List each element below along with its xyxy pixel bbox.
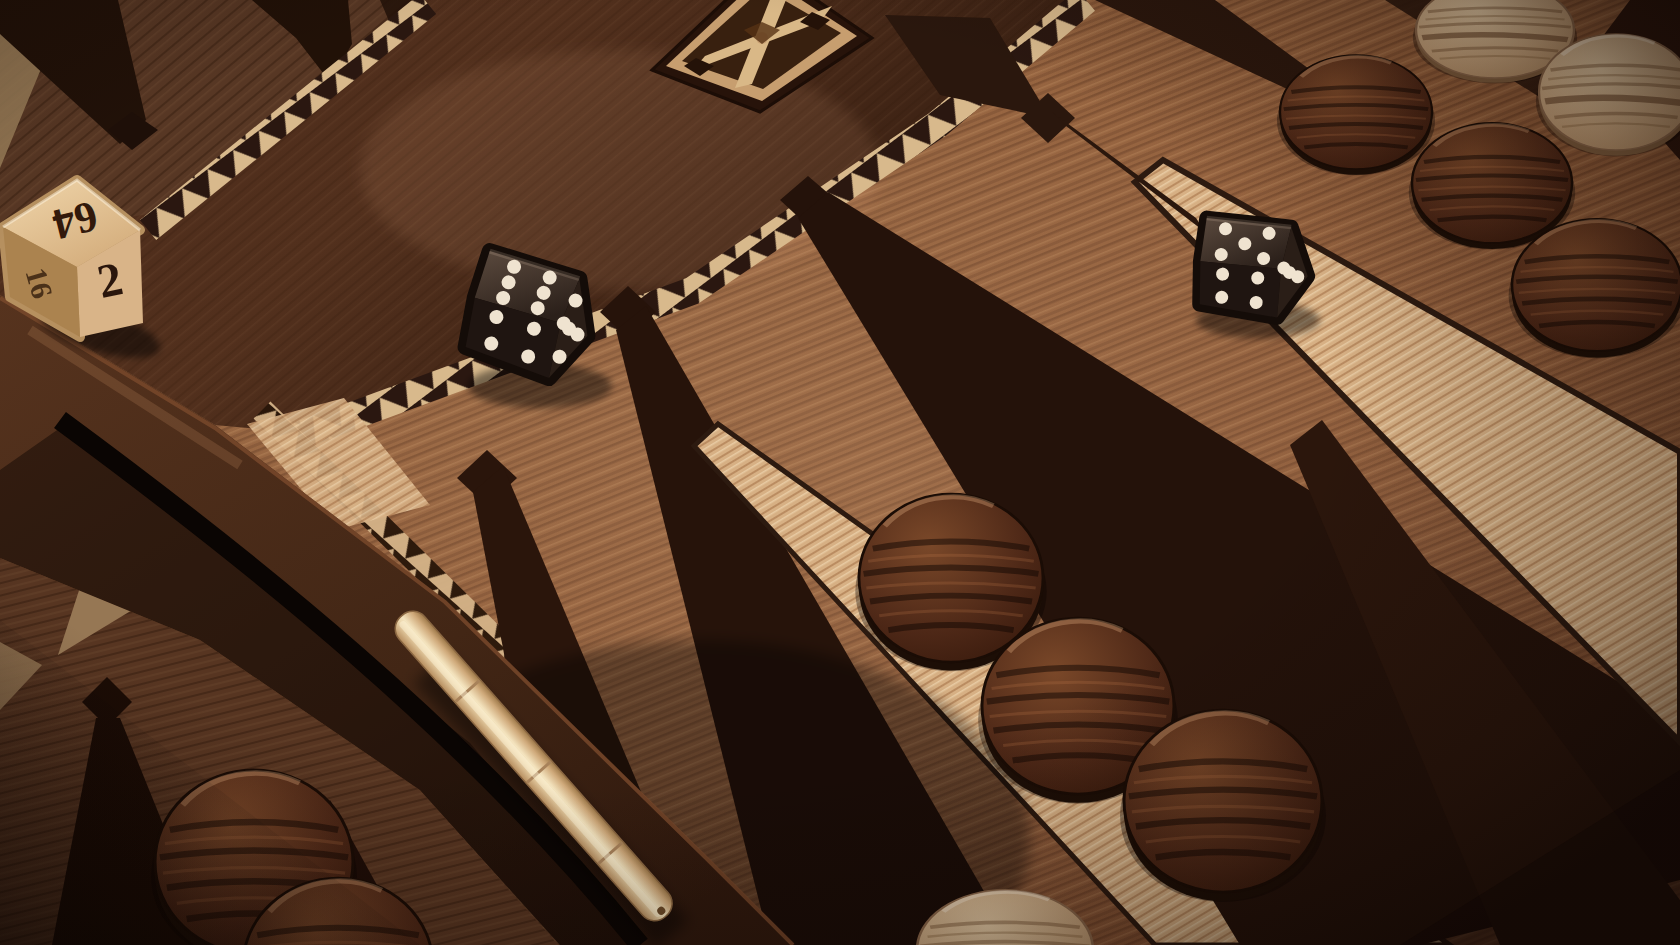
vignette <box>0 0 1680 945</box>
board-canvas: 64 2 16 <box>0 0 1680 945</box>
backgammon-scene: 64 2 16 <box>0 0 1680 945</box>
